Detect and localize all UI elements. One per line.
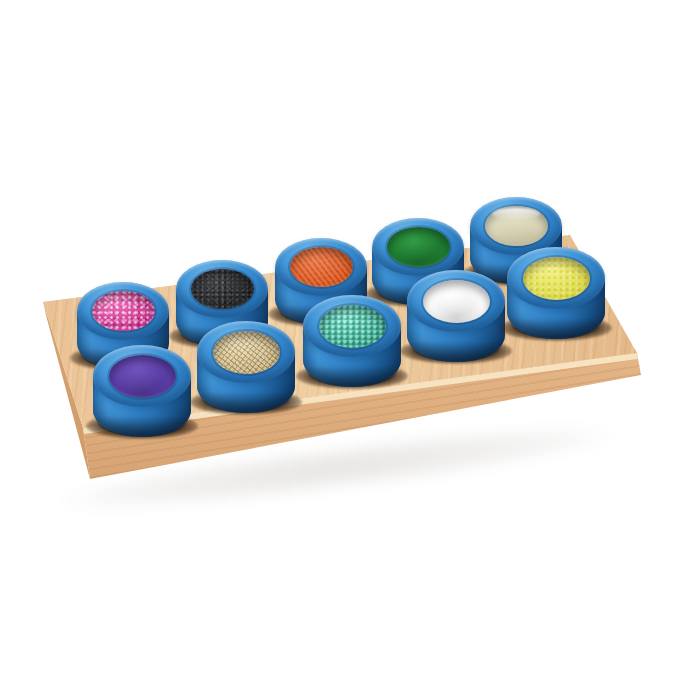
texture-disc-black-sandpaper <box>191 269 254 309</box>
product-photo-scene <box>0 0 700 700</box>
texture-disc-white-smooth <box>423 280 490 323</box>
texture-disc-orange-corduroy <box>290 247 353 287</box>
cup-purple-felt[interactable] <box>93 345 191 439</box>
pieces-layer <box>0 0 700 700</box>
texture-disc-pink-glitter <box>92 291 155 331</box>
cup-yellow-sponge[interactable] <box>507 247 605 341</box>
texture-disc-mirror <box>485 206 548 246</box>
texture-disc-yellow-sponge <box>523 257 590 300</box>
texture-disc-green-smooth <box>387 227 450 267</box>
texture-disc-teal-bumpy <box>319 305 386 348</box>
texture-disc-natural-weave <box>213 331 280 374</box>
cup-natural-weave[interactable] <box>197 321 295 415</box>
cup-white-smooth[interactable] <box>407 270 505 364</box>
cup-teal-bumpy[interactable] <box>303 295 401 389</box>
texture-disc-purple-felt <box>109 355 176 398</box>
